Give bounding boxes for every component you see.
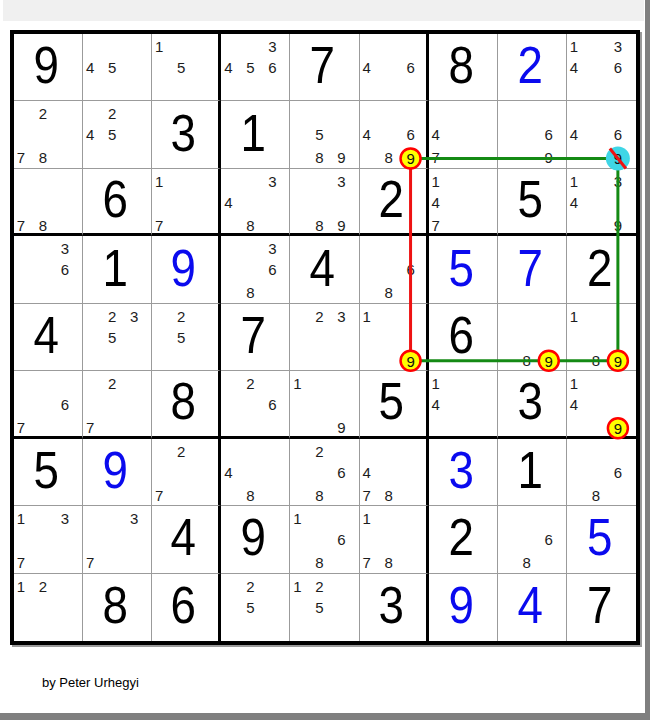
cell-r9c6[interactable]: 3 [360, 574, 429, 641]
cell-value: 7 [293, 32, 353, 98]
cell-r5c9[interactable]: 189 [567, 304, 636, 371]
candidate-mark: 8 [518, 554, 536, 572]
candidate-mark: 6 [332, 464, 350, 482]
cell-value: 3 [500, 369, 560, 433]
cell-r1c6[interactable]: 46 [360, 34, 429, 101]
cell-value: 2 [362, 167, 420, 231]
cell-r4c3[interactable]: 9 [152, 236, 221, 303]
cell-value: 6 [85, 167, 145, 231]
cell-r5c1[interactable]: 4 [14, 304, 83, 371]
cell-r3c8[interactable]: 5 [498, 169, 567, 236]
candidate-mark: 6 [263, 59, 281, 77]
candidate-mark: 9 [332, 217, 350, 235]
cell-value: 2 [431, 504, 491, 570]
cell-value: 7 [569, 572, 630, 639]
cell-r7c4[interactable]: 48 [221, 439, 290, 506]
cell-r7c3[interactable]: 27 [152, 439, 221, 506]
cell-r6c5[interactable]: 19 [290, 371, 359, 438]
candidate-mark: 4 [565, 126, 583, 144]
cell-r9c1[interactable]: 12 [14, 574, 83, 641]
cell-value: 1 [85, 234, 145, 300]
cell-r6c8[interactable]: 3 [498, 371, 567, 438]
cell-r2c3[interactable]: 3 [152, 101, 221, 168]
candidate-mark: 9 [332, 149, 350, 167]
candidate-mark: 7 [358, 554, 376, 572]
candidate-mark: 1 [150, 173, 168, 191]
cell-r8c7[interactable]: 2 [429, 506, 498, 573]
candidate-mark: 4 [427, 194, 445, 212]
sudoku-board: 9451534567468213462782453158946894769469… [10, 30, 640, 645]
cell-r4c5[interactable]: 4 [290, 236, 359, 303]
cell-r5c7[interactable]: 6 [429, 304, 498, 371]
candidate-mark: 3 [56, 510, 74, 528]
cell-value: 4 [154, 504, 212, 570]
cell-r1c5[interactable]: 7 [290, 34, 359, 101]
candidate-mark: 7 [358, 487, 376, 505]
cell-r4c8[interactable]: 7 [498, 236, 567, 303]
window-top-strip [3, 0, 644, 21]
cell-value: 7 [500, 234, 560, 300]
cell-value: 6 [154, 572, 212, 639]
candidate-mark: 2 [241, 375, 259, 393]
cell-r7c8[interactable]: 1 [498, 439, 567, 506]
candidate-mark: 3 [125, 510, 143, 528]
candidate-mark: 1 [288, 578, 306, 596]
cell-r1c8[interactable]: 2 [498, 34, 567, 101]
candidate-mark: 8 [587, 352, 605, 370]
cell-r6c2[interactable]: 27 [83, 371, 152, 438]
cell-r6c3[interactable]: 8 [152, 371, 221, 438]
candidate-mark: 7 [12, 217, 30, 235]
cell-r9c5[interactable]: 125 [290, 574, 359, 641]
cell-r8c3[interactable]: 4 [152, 506, 221, 573]
candidate-mark: 7 [81, 419, 99, 437]
cell-r7c6[interactable]: 478 [360, 439, 429, 506]
candidate-mark: 8 [380, 487, 398, 505]
candidate-mark: 8 [380, 284, 398, 302]
cell-r3c7[interactable]: 147 [429, 169, 498, 236]
cell-r5c6[interactable]: 19 [360, 304, 429, 371]
cell-r5c5[interactable]: 23 [290, 304, 359, 371]
candidate-mark: 9 [609, 217, 627, 235]
candidate-mark: 1 [358, 510, 376, 528]
cell-value: 4 [16, 302, 76, 368]
cell-r2c4[interactable]: 1 [221, 101, 290, 168]
candidate-mark: 3 [263, 38, 281, 56]
candidate-mark: 1 [565, 308, 583, 326]
cell-r2c6[interactable]: 4689 [360, 101, 429, 168]
candidate-mark: 4 [81, 126, 99, 144]
candidate-mark: 4 [565, 59, 583, 77]
cell-r1c4[interactable]: 3456 [221, 34, 290, 101]
candidate-mark: 4 [219, 59, 237, 77]
candidate-mark: 3 [263, 173, 281, 191]
candidate-mark: 4 [565, 194, 583, 212]
candidate-mark: 5 [103, 59, 121, 77]
cell-value: 9 [224, 504, 284, 570]
candidate-mark: 3 [56, 240, 74, 258]
candidate-mark: 6 [540, 126, 558, 144]
cell-r2c9[interactable]: 469 [567, 101, 636, 168]
cell-value: 8 [431, 32, 491, 98]
cell-r9c3[interactable]: 6 [152, 574, 221, 641]
cell-r2c8[interactable]: 69 [498, 101, 567, 168]
cell-value: 9 [154, 234, 212, 300]
candidate-mark: 8 [310, 217, 328, 235]
candidate-mark: 6 [609, 126, 627, 144]
candidate-mark: 1 [427, 375, 445, 393]
candidate-mark: 8 [380, 149, 398, 167]
candidate-mark: 6 [540, 531, 558, 549]
cell-r7c2[interactable]: 9 [83, 439, 152, 506]
cell-r5c2[interactable]: 235 [83, 304, 152, 371]
cell-r2c5[interactable]: 589 [290, 101, 359, 168]
cell-r8c9[interactable]: 5 [567, 506, 636, 573]
candidate-mark: 4 [427, 396, 445, 414]
candidate-mark: 6 [56, 396, 74, 414]
candidate-mark: 1 [288, 510, 306, 528]
cell-r8c1[interactable]: 137 [14, 506, 83, 573]
candidate-mark: 3 [125, 308, 143, 326]
cell-r9c2[interactable]: 8 [83, 574, 152, 641]
candidate-mark: 8 [34, 217, 52, 235]
cell-value: 5 [431, 234, 491, 300]
cell-r3c9[interactable]: 1349 [567, 169, 636, 236]
cell-r8c8[interactable]: 68 [498, 506, 567, 573]
cell-r4c6[interactable]: 68 [360, 236, 429, 303]
cell-r3c1[interactable]: 78 [14, 169, 83, 236]
candidate-mark: 7 [150, 217, 168, 235]
candidate-mark: 9 [332, 419, 350, 437]
cell-r6c6[interactable]: 5 [360, 371, 429, 438]
candidate-mark: 2 [103, 308, 121, 326]
cell-r4c4[interactable]: 368 [221, 236, 290, 303]
candidate-mark: 2 [310, 443, 328, 461]
candidate-mark: 3 [609, 173, 627, 191]
candidate-mark: 9 [402, 149, 420, 167]
cell-r8c5[interactable]: 168 [290, 506, 359, 573]
cell-r7c5[interactable]: 268 [290, 439, 359, 506]
candidate-mark: 5 [241, 599, 259, 617]
cell-value: 9 [85, 437, 145, 503]
candidate-mark: 6 [56, 261, 74, 279]
cell-r3c2[interactable]: 6 [83, 169, 152, 236]
cell-r7c1[interactable]: 5 [14, 439, 83, 506]
cell-r2c1[interactable]: 278 [14, 101, 83, 168]
candidate-mark: 2 [310, 578, 328, 596]
cell-r5c4[interactable]: 7 [221, 304, 290, 371]
author-credit: by Peter Urhegyi [42, 675, 139, 690]
candidate-mark: 7 [12, 419, 30, 437]
candidate-mark: 1 [427, 173, 445, 191]
candidate-mark: 3 [263, 240, 281, 258]
cell-value: 8 [85, 572, 145, 639]
candidate-mark: 9 [402, 352, 420, 370]
cell-value: 9 [431, 572, 491, 639]
candidate-mark: 8 [310, 487, 328, 505]
cell-r8c2[interactable]: 37 [83, 506, 152, 573]
candidate-mark: 6 [263, 261, 281, 279]
candidate-mark: 8 [518, 352, 536, 370]
cell-r4c1[interactable]: 36 [14, 236, 83, 303]
candidate-mark: 4 [81, 59, 99, 77]
cell-r1c3[interactable]: 15 [152, 34, 221, 101]
candidate-mark: 1 [565, 38, 583, 56]
candidate-mark: 2 [172, 308, 190, 326]
candidate-mark: 8 [241, 284, 259, 302]
cell-r9c9[interactable]: 7 [567, 574, 636, 641]
candidate-mark: 1 [565, 375, 583, 393]
candidate-mark: 7 [150, 487, 168, 505]
cell-r2c2[interactable]: 245 [83, 101, 152, 168]
cell-r2c7[interactable]: 47 [429, 101, 498, 168]
candidate-mark: 5 [172, 329, 190, 347]
cell-r1c2[interactable]: 45 [83, 34, 152, 101]
candidate-mark: 3 [332, 308, 350, 326]
cell-value: 1 [500, 437, 560, 503]
candidate-mark: 6 [332, 531, 350, 549]
cell-value: 5 [362, 369, 420, 433]
cell-r4c7[interactable]: 5 [429, 236, 498, 303]
cell-r5c3[interactable]: 25 [152, 304, 221, 371]
cell-r6c1[interactable]: 67 [14, 371, 83, 438]
candidate-mark: 9 [609, 352, 627, 370]
cell-value: 2 [500, 32, 560, 98]
candidate-mark: 8 [241, 217, 259, 235]
cell-value: 5 [500, 167, 560, 231]
candidate-mark: 8 [310, 149, 328, 167]
cell-r9c8[interactable]: 4 [498, 574, 567, 641]
candidate-mark: 7 [12, 149, 30, 167]
window-border-right [645, 0, 650, 720]
candidate-mark: 6 [263, 396, 281, 414]
candidate-mark: 1 [288, 375, 306, 393]
cell-r1c9[interactable]: 1346 [567, 34, 636, 101]
candidate-mark: 7 [427, 217, 445, 235]
candidate-mark: 5 [241, 59, 259, 77]
cell-value: 3 [362, 572, 420, 639]
candidate-mark: 2 [103, 375, 121, 393]
candidate-mark: 1 [565, 173, 583, 191]
candidate-mark: 4 [358, 126, 376, 144]
candidate-mark: 6 [402, 261, 420, 279]
candidate-mark: 1 [358, 308, 376, 326]
cell-value: 3 [431, 437, 491, 503]
cell-r8c4[interactable]: 9 [221, 506, 290, 573]
cell-r9c4[interactable]: 25 [221, 574, 290, 641]
candidate-mark: 7 [12, 554, 30, 572]
candidate-mark: 8 [380, 554, 398, 572]
cell-r3c6[interactable]: 2 [360, 169, 429, 236]
candidate-mark: 3 [332, 173, 350, 191]
candidate-mark: 5 [310, 599, 328, 617]
candidate-mark: 2 [103, 105, 121, 123]
candidate-mark: 1 [12, 510, 30, 528]
cell-r1c7[interactable]: 8 [429, 34, 498, 101]
candidate-mark: 5 [103, 329, 121, 347]
candidate-mark: 2 [172, 443, 190, 461]
cell-r6c4[interactable]: 26 [221, 371, 290, 438]
candidate-mark: 6 [402, 126, 420, 144]
cell-r5c8[interactable]: 89 [498, 304, 567, 371]
cell-value: 2 [569, 234, 630, 300]
candidate-mark: 7 [427, 149, 445, 167]
cell-value: 1 [224, 99, 284, 165]
candidate-mark: 2 [34, 578, 52, 596]
candidate-mark: 4 [219, 194, 237, 212]
cell-r1c1[interactable]: 9 [14, 34, 83, 101]
cell-r3c3[interactable]: 17 [152, 169, 221, 236]
cell-r6c9[interactable]: 149 [567, 371, 636, 438]
candidate-mark: 2 [310, 308, 328, 326]
cell-r9c7[interactable]: 9 [429, 574, 498, 641]
candidate-mark: 8 [34, 149, 52, 167]
cell-r4c2[interactable]: 1 [83, 236, 152, 303]
candidate-mark: 9 [609, 419, 627, 437]
candidate-mark: 6 [402, 59, 420, 77]
candidate-mark: 8 [241, 487, 259, 505]
candidate-mark: 9 [540, 149, 558, 167]
candidate-mark: 2 [241, 578, 259, 596]
candidate-mark: 5 [103, 126, 121, 144]
candidate-mark: 1 [150, 38, 168, 56]
window-border-bottom [0, 713, 650, 720]
candidate-mark: 1 [12, 578, 30, 596]
candidate-mark: 9 [540, 352, 558, 370]
candidate-mark: 9 [609, 149, 627, 167]
cell-r3c4[interactable]: 348 [221, 169, 290, 236]
cell-value: 5 [569, 504, 630, 570]
cell-r6c7[interactable]: 14 [429, 371, 498, 438]
cell-r7c9[interactable]: 68 [567, 439, 636, 506]
cell-r4c9[interactable]: 2 [567, 236, 636, 303]
candidate-mark: 6 [609, 59, 627, 77]
candidate-mark: 8 [587, 487, 605, 505]
cell-value: 9 [16, 32, 76, 98]
candidate-mark: 8 [310, 554, 328, 572]
cell-value: 3 [154, 99, 212, 165]
candidate-mark: 7 [81, 554, 99, 572]
candidate-mark: 4 [358, 59, 376, 77]
candidate-mark: 5 [310, 126, 328, 144]
candidate-mark: 4 [427, 126, 445, 144]
cell-value: 4 [293, 234, 353, 300]
candidate-mark: 4 [565, 396, 583, 414]
candidate-mark: 4 [219, 464, 237, 482]
cell-value: 7 [224, 302, 284, 368]
candidate-mark: 6 [609, 464, 627, 482]
candidate-mark: 5 [172, 59, 190, 77]
candidate-mark: 3 [609, 38, 627, 56]
candidate-mark: 2 [34, 105, 52, 123]
cell-value: 8 [154, 369, 212, 433]
cell-value: 5 [16, 437, 76, 503]
cell-r3c5[interactable]: 389 [290, 169, 359, 236]
cell-value: 4 [500, 572, 560, 639]
cell-r7c7[interactable]: 3 [429, 439, 498, 506]
cell-value: 6 [431, 302, 491, 368]
candidate-mark: 4 [358, 464, 376, 482]
cell-r8c6[interactable]: 178 [360, 506, 429, 573]
